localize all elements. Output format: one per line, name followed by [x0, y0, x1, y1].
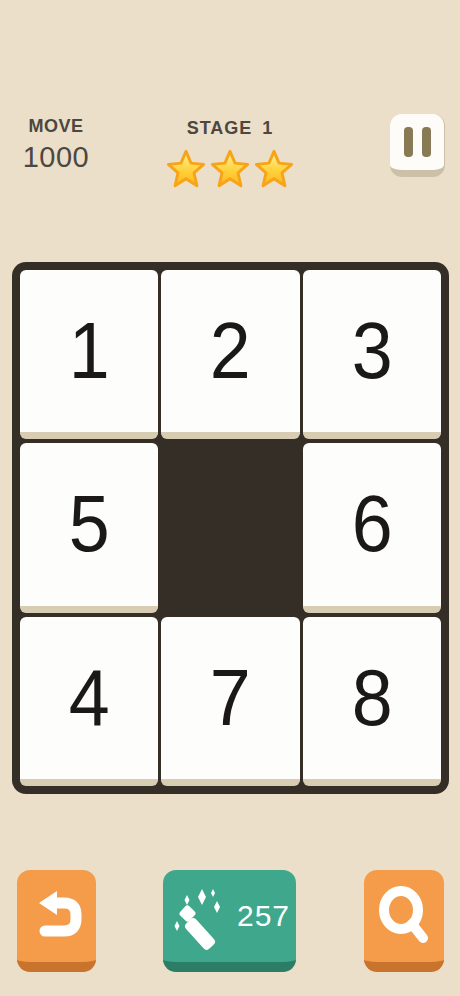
stage-info: STAGE1	[130, 118, 330, 197]
magic-wand-icon	[169, 881, 231, 951]
move-label: MOVE	[8, 116, 104, 137]
tile-7[interactable]: 7	[161, 617, 299, 786]
puzzle-board: 12356478	[12, 262, 449, 794]
undo-arrow-icon	[31, 887, 83, 945]
empty-cell	[161, 443, 299, 612]
tile-5[interactable]: 5	[20, 443, 158, 612]
search-button[interactable]	[364, 870, 444, 972]
tile-number: 6	[351, 484, 392, 564]
star-icon	[253, 143, 295, 195]
hint-button[interactable]: 257	[163, 870, 296, 972]
tile-number: 2	[210, 311, 251, 391]
tile-3[interactable]: 3	[303, 270, 441, 439]
tile-number: 5	[69, 484, 110, 564]
pause-button[interactable]	[390, 114, 445, 177]
tile-4[interactable]: 4	[20, 617, 158, 786]
tile-8[interactable]: 8	[303, 617, 441, 786]
move-counter: MOVE 1000	[8, 116, 104, 174]
tile-number: 4	[69, 658, 110, 738]
stage-label: STAGE	[187, 118, 253, 138]
tile-2[interactable]: 2	[161, 270, 299, 439]
tile-number: 1	[69, 311, 110, 391]
pause-icon	[404, 127, 413, 157]
puzzle-grid: 12356478	[20, 270, 441, 786]
star-icon	[209, 143, 251, 195]
tile-number: 8	[351, 658, 392, 738]
tile-number: 7	[210, 658, 251, 738]
undo-button[interactable]	[17, 870, 96, 972]
tile-number: 3	[351, 311, 392, 391]
magnifier-icon	[377, 886, 431, 946]
pause-icon	[422, 127, 431, 157]
move-value: 1000	[8, 141, 104, 174]
game-screen: { "game": "8-puzzle (3x3 sliding number …	[0, 0, 460, 996]
tile-1[interactable]: 1	[20, 270, 158, 439]
stage-number: 1	[262, 118, 273, 138]
hint-count: 257	[237, 899, 290, 933]
stage-title: STAGE1	[130, 118, 330, 139]
stage-stars	[130, 143, 330, 197]
star-icon	[165, 143, 207, 195]
tile-6[interactable]: 6	[303, 443, 441, 612]
header: MOVE 1000 STAGE1	[0, 0, 460, 210]
